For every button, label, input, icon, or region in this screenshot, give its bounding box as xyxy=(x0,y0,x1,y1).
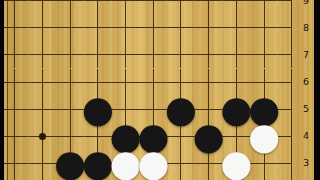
intersection-Q7[interactable] xyxy=(195,41,223,68)
intersection-P5[interactable]: ● xyxy=(167,96,195,123)
intersection-R8[interactable] xyxy=(223,14,251,41)
intersection-J2[interactable] xyxy=(4,177,29,180)
black-stone-P5: ● xyxy=(167,96,195,123)
intersection-P8[interactable] xyxy=(167,14,195,41)
row-coordinates: 9876543 xyxy=(298,0,314,180)
intersection-L5[interactable] xyxy=(56,96,84,123)
star-point-K4 xyxy=(39,133,46,140)
intersection-K3[interactable] xyxy=(29,150,57,177)
go-app-window: ●●●●●●●●●●●●● 9876543 xyxy=(0,0,320,180)
intersection-M3[interactable]: ● xyxy=(84,150,112,177)
row-label-4: 4 xyxy=(298,130,314,142)
intersection-J3[interactable] xyxy=(4,150,29,177)
intersection-J7[interactable] xyxy=(4,41,29,68)
intersection-S4[interactable]: ● xyxy=(250,123,278,150)
intersection-K6[interactable] xyxy=(29,69,57,96)
black-stone-Q4: ● xyxy=(195,123,223,150)
intersection-N3[interactable]: ● xyxy=(112,150,140,177)
white-stone-N3: ● xyxy=(112,150,140,177)
intersection-R5[interactable]: ● xyxy=(223,96,251,123)
intersection-J5[interactable] xyxy=(4,96,29,123)
intersection-Q6[interactable] xyxy=(195,69,223,96)
row-label-6: 6 xyxy=(298,76,314,88)
intersection-M9[interactable] xyxy=(84,0,112,14)
intersection-L9[interactable] xyxy=(56,0,84,14)
intersection-M7[interactable] xyxy=(84,41,112,68)
intersection-P7[interactable] xyxy=(167,41,195,68)
black-stone-M5: ● xyxy=(84,96,112,123)
intersection-J4[interactable] xyxy=(4,123,29,150)
intersection-R3[interactable]: ● xyxy=(223,150,251,177)
intersection-S2[interactable] xyxy=(250,177,278,180)
intersection-K4[interactable] xyxy=(29,123,57,150)
intersection-S9[interactable] xyxy=(250,0,278,14)
intersection-O7[interactable] xyxy=(139,41,167,68)
intersection-J9[interactable] xyxy=(4,0,29,14)
white-stone-O3: ● xyxy=(139,150,167,177)
intersection-L8[interactable] xyxy=(56,14,84,41)
intersection-M5[interactable]: ● xyxy=(84,96,112,123)
intersection-J8[interactable] xyxy=(4,14,29,41)
intersection-M8[interactable] xyxy=(84,14,112,41)
window-right-bar xyxy=(314,0,320,180)
intersection-P3[interactable] xyxy=(167,150,195,177)
intersection-O6[interactable] xyxy=(139,69,167,96)
row-label-5: 5 xyxy=(298,103,314,115)
intersection-Q9[interactable] xyxy=(195,0,223,14)
intersection-Q4[interactable]: ● xyxy=(195,123,223,150)
intersection-K9[interactable] xyxy=(29,0,57,14)
intersection-S7[interactable] xyxy=(250,41,278,68)
white-stone-R3: ● xyxy=(223,150,251,177)
intersection-O8[interactable] xyxy=(139,14,167,41)
window-left-bar xyxy=(0,0,4,180)
black-stone-R5: ● xyxy=(223,96,251,123)
intersection-N8[interactable] xyxy=(112,14,140,41)
intersection-L3[interactable]: ● xyxy=(56,150,84,177)
go-board: ●●●●●●●●●●●●● 9876543 xyxy=(4,0,314,180)
intersection-K5[interactable] xyxy=(29,96,57,123)
intersection-R9[interactable] xyxy=(223,0,251,14)
intersection-K7[interactable] xyxy=(29,41,57,68)
intersection-Q8[interactable] xyxy=(195,14,223,41)
intersection-L7[interactable] xyxy=(56,41,84,68)
intersection-R7[interactable] xyxy=(223,41,251,68)
intersection-O9[interactable] xyxy=(139,0,167,14)
row-label-8: 8 xyxy=(298,22,314,34)
intersection-P9[interactable] xyxy=(167,0,195,14)
row-label-7: 7 xyxy=(298,49,314,61)
intersection-N7[interactable] xyxy=(112,41,140,68)
intersection-S8[interactable] xyxy=(250,14,278,41)
intersection-N9[interactable] xyxy=(112,0,140,14)
intersection-O3[interactable]: ● xyxy=(139,150,167,177)
black-stone-L3: ● xyxy=(56,150,84,177)
intersection-J6[interactable] xyxy=(4,69,29,96)
black-stone-M3: ● xyxy=(84,150,112,177)
intersection-P2[interactable] xyxy=(167,177,195,180)
white-stone-S4: ● xyxy=(250,123,278,150)
intersection-N6[interactable] xyxy=(112,69,140,96)
row-label-3: 3 xyxy=(298,157,314,169)
intersection-K2[interactable] xyxy=(29,177,57,180)
intersection-Q2[interactable] xyxy=(195,177,223,180)
intersection-K8[interactable] xyxy=(29,14,57,41)
intersection-L6[interactable] xyxy=(56,69,84,96)
row-label-9: 9 xyxy=(298,0,314,7)
board-grid: ●●●●●●●●●●●●● xyxy=(4,0,306,180)
